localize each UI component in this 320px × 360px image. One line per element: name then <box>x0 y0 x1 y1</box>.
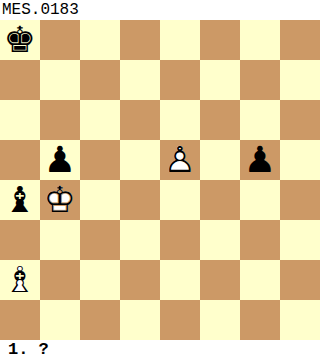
white-bishop[interactable]: ♝♗ <box>0 260 40 300</box>
black-bishop[interactable]: ♝ <box>0 180 40 220</box>
square-g8[interactable] <box>240 20 280 60</box>
square-f7[interactable] <box>200 60 240 100</box>
black-pawn[interactable]: ♟ <box>40 140 80 180</box>
square-h2[interactable] <box>280 260 320 300</box>
square-c5[interactable] <box>80 140 120 180</box>
square-d2[interactable] <box>120 260 160 300</box>
square-g2[interactable] <box>240 260 280 300</box>
square-g3[interactable] <box>240 220 280 260</box>
square-c3[interactable] <box>80 220 120 260</box>
white-king-glyph: ♔ <box>44 180 76 220</box>
square-g4[interactable] <box>240 180 280 220</box>
white-pawn[interactable]: ♟♙ <box>160 140 200 180</box>
square-d8[interactable] <box>120 20 160 60</box>
square-a2[interactable]: ♝♗ <box>0 260 40 300</box>
square-b8[interactable] <box>40 20 80 60</box>
square-g5[interactable]: ♟ <box>240 140 280 180</box>
square-h4[interactable] <box>280 180 320 220</box>
square-h6[interactable] <box>280 100 320 140</box>
square-d1[interactable] <box>120 300 160 340</box>
square-f6[interactable] <box>200 100 240 140</box>
move-prompt: 1. ? <box>8 340 49 360</box>
square-e7[interactable] <box>160 60 200 100</box>
square-b6[interactable] <box>40 100 80 140</box>
square-d7[interactable] <box>120 60 160 100</box>
square-b1[interactable] <box>40 300 80 340</box>
chess-diagram-page: MES.0183 ♚♟♟♙♟♝♚♔♝♗ 1. ? <box>0 0 320 360</box>
square-d5[interactable] <box>120 140 160 180</box>
black-pawn[interactable]: ♟ <box>240 140 280 180</box>
square-a4[interactable]: ♝ <box>0 180 40 220</box>
square-a3[interactable] <box>0 220 40 260</box>
black-king-glyph: ♚ <box>4 20 36 60</box>
square-h3[interactable] <box>280 220 320 260</box>
square-b2[interactable] <box>40 260 80 300</box>
square-a7[interactable] <box>0 60 40 100</box>
white-pawn-glyph: ♙ <box>164 140 196 180</box>
square-e3[interactable] <box>160 220 200 260</box>
square-b3[interactable] <box>40 220 80 260</box>
square-e8[interactable] <box>160 20 200 60</box>
square-c1[interactable] <box>80 300 120 340</box>
square-f3[interactable] <box>200 220 240 260</box>
square-c8[interactable] <box>80 20 120 60</box>
black-pawn-glyph: ♟ <box>44 140 76 180</box>
square-d6[interactable] <box>120 100 160 140</box>
square-h5[interactable] <box>280 140 320 180</box>
square-f1[interactable] <box>200 300 240 340</box>
square-e2[interactable] <box>160 260 200 300</box>
square-f8[interactable] <box>200 20 240 60</box>
square-h1[interactable] <box>280 300 320 340</box>
square-c7[interactable] <box>80 60 120 100</box>
square-g7[interactable] <box>240 60 280 100</box>
square-g1[interactable] <box>240 300 280 340</box>
square-b5[interactable]: ♟ <box>40 140 80 180</box>
square-f2[interactable] <box>200 260 240 300</box>
square-e6[interactable] <box>160 100 200 140</box>
black-bishop-glyph: ♝ <box>4 180 36 220</box>
square-b7[interactable] <box>40 60 80 100</box>
square-f4[interactable] <box>200 180 240 220</box>
square-d3[interactable] <box>120 220 160 260</box>
square-a8[interactable]: ♚ <box>0 20 40 60</box>
white-king[interactable]: ♚♔ <box>40 180 80 220</box>
square-a1[interactable] <box>0 300 40 340</box>
square-c2[interactable] <box>80 260 120 300</box>
square-f5[interactable] <box>200 140 240 180</box>
square-h7[interactable] <box>280 60 320 100</box>
square-e5[interactable]: ♟♙ <box>160 140 200 180</box>
square-h8[interactable] <box>280 20 320 60</box>
square-e1[interactable] <box>160 300 200 340</box>
chess-board: ♚♟♟♙♟♝♚♔♝♗ <box>0 20 320 340</box>
square-c4[interactable] <box>80 180 120 220</box>
square-b4[interactable]: ♚♔ <box>40 180 80 220</box>
square-c6[interactable] <box>80 100 120 140</box>
square-a6[interactable] <box>0 100 40 140</box>
diagram-title: MES.0183 <box>2 0 79 20</box>
black-king[interactable]: ♚ <box>0 20 40 60</box>
square-g6[interactable] <box>240 100 280 140</box>
black-pawn-glyph: ♟ <box>244 140 276 180</box>
white-bishop-glyph: ♗ <box>4 260 36 300</box>
square-a5[interactable] <box>0 140 40 180</box>
square-e4[interactable] <box>160 180 200 220</box>
square-d4[interactable] <box>120 180 160 220</box>
